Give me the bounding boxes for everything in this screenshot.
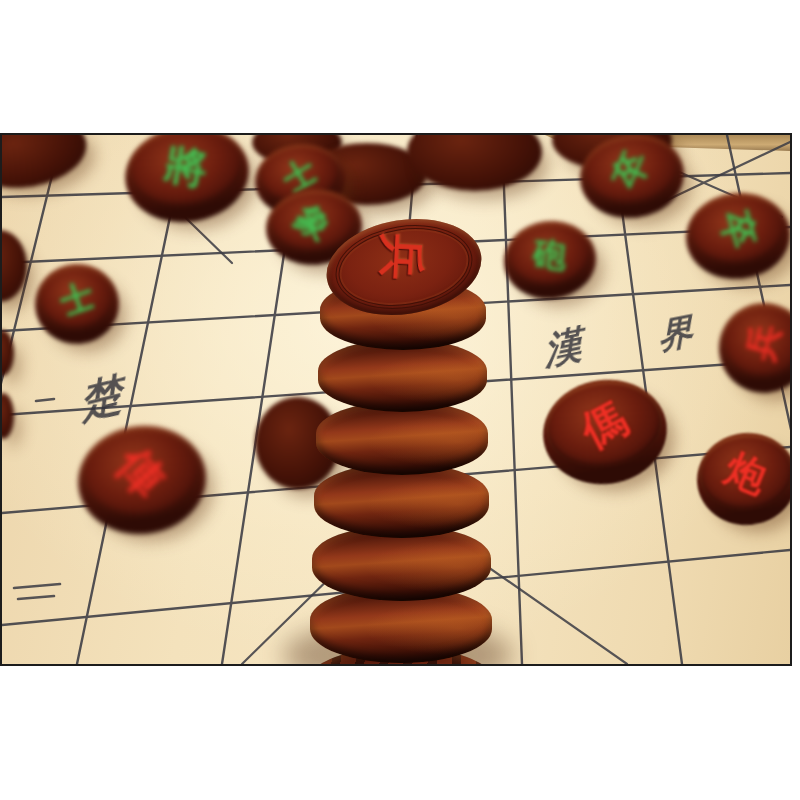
river-character-jie: 界: [657, 307, 694, 361]
stack-top-character: 兵: [375, 178, 429, 336]
river-character-han: 漢: [543, 319, 584, 378]
piece-stack[interactable]: 兵: [305, 220, 497, 666]
stack-disc: [316, 401, 488, 475]
river-character-chu: 楚: [78, 366, 125, 432]
product-photo-frame: 楚 漢 界 將 士 象 卒 砲 卒 士 俥 傌: [0, 0, 800, 800]
xiangqi-photo: 楚 漢 界 將 士 象 卒 砲 卒 士 俥 傌: [0, 133, 792, 666]
